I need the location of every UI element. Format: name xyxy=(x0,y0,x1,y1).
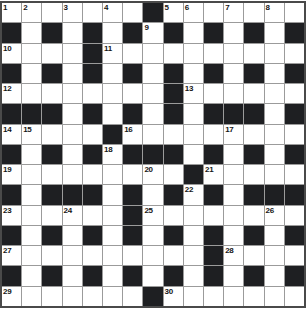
white-cell[interactable]: 3 xyxy=(63,3,82,22)
black-cell xyxy=(204,104,223,123)
clue-number: 4 xyxy=(104,3,108,12)
white-cell[interactable] xyxy=(83,287,102,306)
black-cell xyxy=(123,64,142,83)
white-cell[interactable]: 30 xyxy=(164,287,183,306)
white-cell[interactable] xyxy=(265,165,284,184)
black-cell xyxy=(63,185,82,204)
white-cell[interactable]: 25 xyxy=(143,206,162,225)
crossword-grid: 1234567891011121314151617181920212223242… xyxy=(0,1,306,308)
black-cell xyxy=(42,145,61,164)
white-cell[interactable] xyxy=(244,125,263,144)
white-cell[interactable] xyxy=(103,226,122,245)
white-cell[interactable] xyxy=(83,246,102,265)
white-cell[interactable] xyxy=(83,125,102,144)
black-cell xyxy=(2,266,21,285)
white-cell[interactable] xyxy=(22,287,41,306)
clue-number: 30 xyxy=(165,287,173,296)
black-cell xyxy=(164,185,183,204)
white-cell[interactable]: 4 xyxy=(103,3,122,22)
white-cell[interactable] xyxy=(285,206,304,225)
white-cell[interactable]: 18 xyxy=(103,145,122,164)
black-cell xyxy=(164,64,183,83)
white-cell[interactable] xyxy=(22,23,41,42)
white-cell[interactable] xyxy=(285,44,304,63)
white-cell[interactable] xyxy=(184,226,203,245)
white-cell[interactable]: 15 xyxy=(22,125,41,144)
clue-number: 19 xyxy=(3,165,11,174)
black-cell xyxy=(204,64,223,83)
white-cell[interactable]: 17 xyxy=(224,125,243,144)
clue-number: 13 xyxy=(185,84,193,93)
black-cell xyxy=(204,226,223,245)
white-cell[interactable] xyxy=(63,44,82,63)
white-cell[interactable]: 21 xyxy=(204,165,223,184)
black-cell xyxy=(83,44,102,63)
black-cell xyxy=(83,145,102,164)
black-cell xyxy=(42,185,61,204)
white-cell[interactable] xyxy=(184,206,203,225)
white-cell[interactable] xyxy=(265,266,284,285)
white-cell[interactable] xyxy=(285,3,304,22)
black-cell xyxy=(103,125,122,144)
white-cell[interactable] xyxy=(63,23,82,42)
white-cell[interactable] xyxy=(265,44,284,63)
white-cell[interactable] xyxy=(143,44,162,63)
white-cell[interactable]: 12 xyxy=(2,84,21,103)
white-cell[interactable] xyxy=(285,165,304,184)
white-cell[interactable] xyxy=(184,287,203,306)
white-cell[interactable]: 6 xyxy=(184,3,203,22)
black-cell xyxy=(244,104,263,123)
white-cell[interactable] xyxy=(244,165,263,184)
white-cell[interactable] xyxy=(244,206,263,225)
black-cell xyxy=(42,23,61,42)
clue-number: 25 xyxy=(144,206,152,215)
white-cell[interactable] xyxy=(22,185,41,204)
white-cell[interactable] xyxy=(184,104,203,123)
white-cell[interactable] xyxy=(42,3,61,22)
white-cell[interactable] xyxy=(143,64,162,83)
white-cell[interactable] xyxy=(63,246,82,265)
black-cell xyxy=(42,104,61,123)
white-cell[interactable] xyxy=(83,165,102,184)
black-cell xyxy=(22,104,41,123)
clue-number: 29 xyxy=(3,287,11,296)
black-cell xyxy=(42,266,61,285)
white-cell[interactable]: 1 xyxy=(2,3,21,22)
white-cell[interactable] xyxy=(42,165,61,184)
black-cell xyxy=(244,145,263,164)
white-cell[interactable] xyxy=(63,104,82,123)
black-cell xyxy=(42,226,61,245)
white-cell[interactable] xyxy=(103,287,122,306)
black-cell xyxy=(2,145,21,164)
black-cell xyxy=(285,104,304,123)
white-cell[interactable] xyxy=(83,206,102,225)
white-cell[interactable] xyxy=(103,246,122,265)
white-cell[interactable] xyxy=(224,145,243,164)
white-cell[interactable] xyxy=(244,287,263,306)
black-cell xyxy=(164,266,183,285)
white-cell[interactable]: 22 xyxy=(184,185,203,204)
black-cell xyxy=(143,145,162,164)
clue-number: 9 xyxy=(144,23,148,32)
black-cell xyxy=(265,185,284,204)
white-cell[interactable] xyxy=(204,206,223,225)
clue-number: 12 xyxy=(3,84,11,93)
white-cell[interactable] xyxy=(123,287,142,306)
black-cell xyxy=(83,185,102,204)
black-cell xyxy=(42,64,61,83)
black-cell xyxy=(204,145,223,164)
white-cell[interactable] xyxy=(265,125,284,144)
crossword-page: 1234567891011121314151617181920212223242… xyxy=(0,0,307,310)
white-cell[interactable]: 16 xyxy=(123,125,142,144)
clue-number: 8 xyxy=(266,3,270,12)
white-cell[interactable] xyxy=(143,84,162,103)
black-cell xyxy=(184,165,203,184)
clue-number: 2 xyxy=(23,3,27,12)
black-cell xyxy=(244,64,263,83)
clue-number: 17 xyxy=(225,125,233,134)
white-cell[interactable] xyxy=(265,104,284,123)
white-cell[interactable] xyxy=(204,3,223,22)
clue-number: 28 xyxy=(225,246,233,255)
white-cell[interactable] xyxy=(42,206,61,225)
white-cell[interactable] xyxy=(224,206,243,225)
clue-number: 24 xyxy=(64,206,72,215)
white-cell[interactable] xyxy=(103,165,122,184)
black-cell xyxy=(204,266,223,285)
white-cell[interactable]: 7 xyxy=(224,3,243,22)
black-cell xyxy=(285,23,304,42)
white-cell[interactable]: 19 xyxy=(2,165,21,184)
white-cell[interactable] xyxy=(83,84,102,103)
white-cell[interactable]: 10 xyxy=(2,44,21,63)
white-cell[interactable] xyxy=(123,246,142,265)
black-cell xyxy=(285,145,304,164)
white-cell[interactable] xyxy=(103,84,122,103)
white-cell[interactable] xyxy=(285,125,304,144)
black-cell xyxy=(123,145,142,164)
white-cell[interactable] xyxy=(63,266,82,285)
white-cell[interactable] xyxy=(244,44,263,63)
clue-number: 23 xyxy=(3,206,11,215)
white-cell[interactable]: 13 xyxy=(184,84,203,103)
white-cell[interactable] xyxy=(224,287,243,306)
white-cell[interactable] xyxy=(42,125,61,144)
black-cell xyxy=(244,23,263,42)
white-cell[interactable] xyxy=(22,266,41,285)
white-cell[interactable] xyxy=(63,145,82,164)
black-cell xyxy=(2,226,21,245)
white-cell[interactable] xyxy=(123,165,142,184)
white-cell[interactable] xyxy=(143,266,162,285)
white-cell[interactable] xyxy=(285,84,304,103)
white-cell[interactable] xyxy=(22,165,41,184)
white-cell[interactable] xyxy=(63,165,82,184)
white-cell[interactable]: 24 xyxy=(63,206,82,225)
white-cell[interactable] xyxy=(164,165,183,184)
white-cell[interactable] xyxy=(184,145,203,164)
black-cell xyxy=(164,84,183,103)
white-cell[interactable] xyxy=(204,287,223,306)
white-cell[interactable]: 28 xyxy=(224,246,243,265)
white-cell[interactable] xyxy=(103,104,122,123)
black-cell xyxy=(224,104,243,123)
black-cell xyxy=(123,266,142,285)
white-cell[interactable] xyxy=(103,206,122,225)
white-cell[interactable] xyxy=(164,246,183,265)
white-cell[interactable]: 27 xyxy=(2,246,21,265)
white-cell[interactable] xyxy=(143,246,162,265)
clue-number: 7 xyxy=(225,3,229,12)
black-cell xyxy=(83,64,102,83)
black-cell xyxy=(164,226,183,245)
clue-number: 1 xyxy=(3,3,7,12)
white-cell[interactable] xyxy=(143,104,162,123)
white-cell[interactable] xyxy=(265,246,284,265)
black-cell xyxy=(244,185,263,204)
white-cell[interactable] xyxy=(63,287,82,306)
clue-number: 22 xyxy=(185,185,193,194)
white-cell[interactable] xyxy=(224,44,243,63)
black-cell xyxy=(285,185,304,204)
white-cell[interactable] xyxy=(22,84,41,103)
white-cell[interactable] xyxy=(103,64,122,83)
black-cell xyxy=(83,23,102,42)
white-cell[interactable] xyxy=(143,226,162,245)
clue-number: 11 xyxy=(104,44,112,53)
white-cell[interactable] xyxy=(204,44,223,63)
white-cell[interactable] xyxy=(184,125,203,144)
white-cell[interactable]: 8 xyxy=(265,3,284,22)
black-cell xyxy=(204,185,223,204)
white-cell[interactable] xyxy=(184,44,203,63)
black-cell xyxy=(2,23,21,42)
black-cell xyxy=(83,104,102,123)
white-cell[interactable] xyxy=(265,145,284,164)
white-cell[interactable] xyxy=(265,84,284,103)
clue-number: 16 xyxy=(124,125,132,134)
black-cell xyxy=(285,266,304,285)
white-cell[interactable] xyxy=(22,246,41,265)
clue-number: 14 xyxy=(3,125,11,134)
white-cell[interactable] xyxy=(265,23,284,42)
white-cell[interactable] xyxy=(184,266,203,285)
white-cell[interactable]: 26 xyxy=(265,206,284,225)
white-cell[interactable] xyxy=(42,84,61,103)
white-cell[interactable] xyxy=(123,3,142,22)
clue-number: 21 xyxy=(205,165,213,174)
white-cell[interactable] xyxy=(265,226,284,245)
white-cell[interactable]: 20 xyxy=(143,165,162,184)
clue-number: 26 xyxy=(266,206,274,215)
white-cell[interactable] xyxy=(164,206,183,225)
black-cell xyxy=(164,104,183,123)
white-cell[interactable] xyxy=(285,246,304,265)
black-cell xyxy=(143,3,162,22)
white-cell[interactable] xyxy=(103,185,122,204)
white-cell[interactable] xyxy=(224,84,243,103)
black-cell xyxy=(244,226,263,245)
white-cell[interactable]: 11 xyxy=(103,44,122,63)
white-cell[interactable] xyxy=(224,165,243,184)
black-cell xyxy=(83,226,102,245)
black-cell xyxy=(143,287,162,306)
white-cell[interactable] xyxy=(22,206,41,225)
white-cell[interactable] xyxy=(22,226,41,245)
white-cell[interactable] xyxy=(63,226,82,245)
white-cell[interactable] xyxy=(204,84,223,103)
white-cell[interactable] xyxy=(83,3,102,22)
white-cell[interactable]: 9 xyxy=(143,23,162,42)
white-cell[interactable] xyxy=(164,125,183,144)
white-cell[interactable] xyxy=(265,287,284,306)
white-cell[interactable] xyxy=(285,287,304,306)
white-cell[interactable] xyxy=(244,84,263,103)
black-cell xyxy=(2,104,21,123)
white-cell[interactable] xyxy=(103,266,122,285)
white-cell[interactable] xyxy=(63,125,82,144)
black-cell xyxy=(123,185,142,204)
black-cell xyxy=(123,23,142,42)
black-cell xyxy=(204,23,223,42)
white-cell[interactable] xyxy=(22,145,41,164)
white-cell[interactable] xyxy=(224,266,243,285)
black-cell xyxy=(2,185,21,204)
black-cell xyxy=(164,23,183,42)
clue-number: 18 xyxy=(104,145,112,154)
clue-number: 6 xyxy=(185,3,189,12)
white-cell[interactable] xyxy=(265,64,284,83)
white-cell[interactable] xyxy=(103,23,122,42)
white-cell[interactable] xyxy=(224,64,243,83)
clue-number: 3 xyxy=(64,3,68,12)
white-cell[interactable] xyxy=(143,185,162,204)
white-cell[interactable] xyxy=(204,125,223,144)
white-cell[interactable] xyxy=(184,64,203,83)
black-cell xyxy=(123,206,142,225)
white-cell[interactable] xyxy=(224,226,243,245)
white-cell[interactable] xyxy=(244,246,263,265)
black-cell xyxy=(164,145,183,164)
white-cell[interactable] xyxy=(184,246,203,265)
white-cell[interactable] xyxy=(22,44,41,63)
white-cell[interactable] xyxy=(164,44,183,63)
white-cell[interactable] xyxy=(123,44,142,63)
clue-number: 27 xyxy=(3,246,11,255)
white-cell[interactable] xyxy=(42,287,61,306)
white-cell[interactable] xyxy=(224,185,243,204)
white-cell[interactable]: 2 xyxy=(22,3,41,22)
black-cell xyxy=(244,266,263,285)
white-cell[interactable] xyxy=(42,246,61,265)
white-cell[interactable] xyxy=(42,44,61,63)
clue-number: 15 xyxy=(23,125,31,134)
white-cell[interactable] xyxy=(184,23,203,42)
white-cell[interactable] xyxy=(123,84,142,103)
white-cell[interactable]: 5 xyxy=(164,3,183,22)
black-cell xyxy=(2,64,21,83)
black-cell xyxy=(285,64,304,83)
white-cell[interactable]: 23 xyxy=(2,206,21,225)
clue-number: 20 xyxy=(144,165,152,174)
black-cell xyxy=(204,246,223,265)
white-cell[interactable]: 14 xyxy=(2,125,21,144)
clue-number: 10 xyxy=(3,44,11,53)
white-cell[interactable] xyxy=(224,23,243,42)
white-cell[interactable] xyxy=(143,125,162,144)
black-cell xyxy=(285,226,304,245)
black-cell xyxy=(123,226,142,245)
white-cell[interactable] xyxy=(22,64,41,83)
white-cell[interactable]: 29 xyxy=(2,287,21,306)
white-cell[interactable] xyxy=(63,84,82,103)
white-cell[interactable] xyxy=(63,64,82,83)
white-cell[interactable] xyxy=(244,3,263,22)
black-cell xyxy=(83,266,102,285)
black-cell xyxy=(123,104,142,123)
clue-number: 5 xyxy=(165,3,169,12)
